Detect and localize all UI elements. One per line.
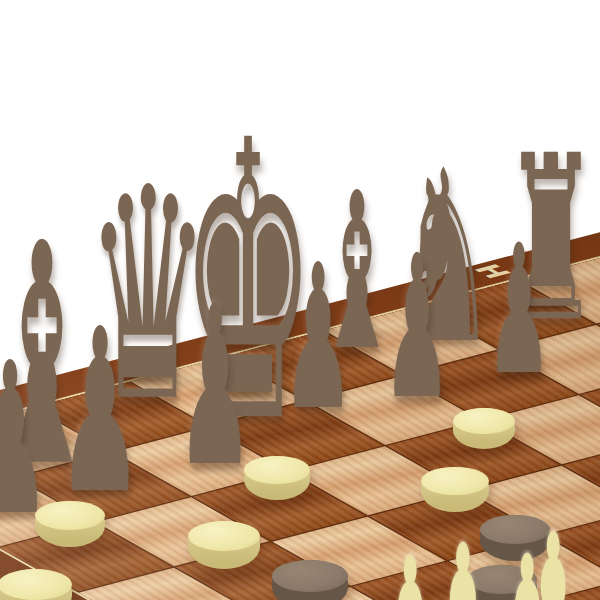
cream-checker-c6[interactable]: [244, 456, 310, 500]
black-pawn-glyph: ♟: [383, 230, 451, 428]
black-pawn-glyph: ♟: [486, 221, 551, 400]
cream-checker-e6[interactable]: [453, 408, 515, 449]
black-pawn-glyph: ♟: [282, 239, 354, 439]
white-pawn-glyph: ♟: [374, 534, 446, 600]
black-pawn-glyph: ♟: [57, 299, 142, 525]
white-pawn-glyph: ♟: [491, 532, 563, 600]
chess-checkers-product-photo: H ♟♝♟♛♟♚♟♝♟♞♟♜♟♟♟♟: [0, 0, 600, 600]
cream-checker-b5[interactable]: [188, 521, 260, 569]
brown-checker-b4[interactable]: [272, 560, 348, 600]
cream-checker-a5[interactable]: [0, 569, 72, 600]
cream-checker-a6[interactable]: [35, 501, 105, 547]
black-pawn-glyph: ♟: [177, 275, 253, 496]
